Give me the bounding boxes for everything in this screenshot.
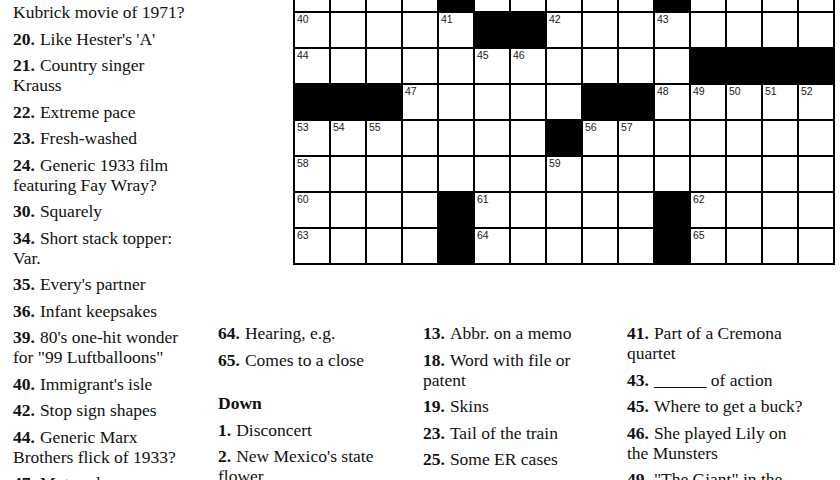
clue-64: 64.Hearing, e.g.	[218, 323, 418, 343]
clue-line: 64.Hearing, e.g.	[218, 323, 418, 343]
clue-line: 49."The Giant" in the	[627, 469, 839, 480]
cell-r6c11[interactable]: 62	[691, 193, 725, 227]
cell-r3c6[interactable]	[511, 85, 545, 119]
clue-line: quartet	[627, 343, 839, 363]
cell-r4c12[interactable]	[727, 121, 761, 155]
cell-r5c8[interactable]	[583, 157, 617, 191]
clue-number: 47.	[13, 473, 35, 480]
cell-r0c10-block	[655, 0, 689, 11]
clue-number: 26.	[423, 476, 445, 480]
cell-r7c13[interactable]	[763, 229, 797, 263]
cell-r6c5[interactable]: 61	[475, 193, 509, 227]
clue-text: 80's one-hit wonder	[40, 327, 178, 347]
clue-text: Country singer	[40, 55, 145, 75]
clue-1: 1.Disconcert	[218, 420, 418, 440]
clue-number: 13.	[423, 323, 445, 343]
clue-34: 34.Short stack topper:Var.	[13, 228, 281, 268]
clue-number: 40.	[13, 374, 35, 394]
cell-r7c4-block	[439, 229, 473, 263]
cell-r5c3[interactable]	[403, 157, 437, 191]
clue-number: 65.	[218, 350, 240, 370]
cell-r4c13[interactable]	[763, 121, 797, 155]
clue-45: 45.Where to get a buck?	[627, 396, 839, 416]
crossword-puzzle-page: 4041424344454647484950515253545556575859…	[0, 0, 840, 480]
cell-r2c10[interactable]	[655, 49, 689, 83]
clue-line: 24.Generic 1933 film	[13, 155, 281, 175]
cell-r1c7[interactable]: 42	[547, 13, 581, 47]
cell-r0c12[interactable]	[727, 0, 761, 11]
cell-number-56: 56	[585, 122, 597, 133]
cell-r6c0[interactable]: 60	[295, 193, 329, 227]
clue-43: 43.______ of action	[627, 370, 839, 390]
cell-r5c12[interactable]	[727, 157, 761, 191]
clue-text: for "99 Luftballoons"	[13, 347, 163, 367]
cell-r5c6[interactable]	[511, 157, 545, 191]
clue-23: 23.Tail of the train	[423, 423, 623, 443]
cell-r7c1[interactable]	[331, 229, 365, 263]
cell-r1c0[interactable]: 40	[295, 13, 329, 47]
cell-number-63: 63	[297, 230, 309, 241]
cell-r4c8[interactable]: 56	[583, 121, 617, 155]
clue-text: Word with file or	[450, 350, 571, 370]
clue-46: 46.She played Lily onthe Munsters	[627, 423, 839, 463]
clue-49: 49."The Giant" in the	[627, 469, 839, 480]
clue-number: 23.	[423, 423, 445, 443]
clue-line: 46.She played Lily on	[627, 423, 839, 443]
clue-line: the Munsters	[627, 443, 839, 463]
cell-r1c12[interactable]	[727, 13, 761, 47]
clue-text: ______ of action	[654, 370, 773, 390]
cell-number-41: 41	[441, 14, 453, 25]
clue-line: 25.Some ER cases	[423, 449, 623, 469]
clue-13: 13.Abbr. on a memo	[423, 323, 623, 343]
clue-number: 41.	[627, 323, 649, 343]
clue-text: Immigrant's isle	[40, 374, 153, 394]
cell-number-65: 65	[693, 230, 705, 241]
clue-35: 35.Every's partner	[13, 274, 281, 294]
cell-r1c10[interactable]: 43	[655, 13, 689, 47]
clue-line: 2.New Mexico's state	[218, 446, 418, 466]
clue-number: 45.	[627, 396, 649, 416]
clue-number: 25.	[423, 449, 445, 469]
clue-number: 21.	[13, 55, 35, 75]
clue-text: Where to get a buck?	[654, 396, 803, 416]
clue-text: Comes to a close	[245, 350, 364, 370]
cell-r7c10-block	[655, 229, 689, 263]
cell-r6c4-block	[439, 193, 473, 227]
clue-23: 23.Fresh-washed	[13, 128, 281, 148]
clue-text: Every's partner	[40, 274, 146, 294]
clue-number: 36.	[13, 301, 35, 321]
cell-r0c4-block	[439, 0, 473, 11]
cell-r3c2-block	[367, 85, 401, 119]
cell-r1c9[interactable]	[619, 13, 653, 47]
clue-text: Generic Marx	[40, 427, 138, 447]
cell-r3c13[interactable]: 51	[763, 85, 797, 119]
cell-r6c2[interactable]	[367, 193, 401, 227]
clue-line: 20.Like Hester's 'A'	[13, 29, 281, 49]
clue-text: Fresh-washed	[40, 128, 137, 148]
cell-r6c6[interactable]	[511, 193, 545, 227]
cell-r6c9[interactable]	[619, 193, 653, 227]
cell-r4c4[interactable]	[439, 121, 473, 155]
cell-r4c0[interactable]: 53	[295, 121, 329, 155]
cell-r3c4[interactable]	[439, 85, 473, 119]
clue-number: 23.	[13, 128, 35, 148]
clue-text: Stop sign shapes	[40, 400, 157, 420]
cell-r1c11[interactable]	[691, 13, 725, 47]
cell-r5c0[interactable]: 58	[295, 157, 329, 191]
cell-number-58: 58	[297, 158, 309, 169]
cell-r0c7[interactable]	[547, 0, 581, 11]
cell-r0c3[interactable]	[403, 0, 437, 11]
clue-number: 1.	[218, 420, 231, 440]
cell-number-53: 53	[297, 122, 309, 133]
clue-number: 43.	[627, 370, 649, 390]
cell-r7c3[interactable]	[403, 229, 437, 263]
clue-text: Motored	[40, 473, 100, 480]
cell-r1c2[interactable]	[367, 13, 401, 47]
cell-r6c3[interactable]	[403, 193, 437, 227]
clue-number: 39.	[13, 327, 35, 347]
clue-text: "The Giant" in the	[654, 469, 783, 480]
clue-number: 35.	[13, 274, 35, 294]
clue-text: Like Hester's 'A'	[40, 29, 155, 49]
clue-line: 36.Infant keepsakes	[13, 301, 281, 321]
cell-r3c3[interactable]: 47	[403, 85, 437, 119]
cell-number-57: 57	[621, 122, 633, 133]
cell-number-44: 44	[297, 50, 309, 61]
cell-number-59: 59	[549, 158, 561, 169]
clue-line: 26.Decisions	[423, 476, 623, 480]
clue-text: Generic 1933 film	[40, 155, 168, 175]
cell-r7c7[interactable]	[547, 229, 581, 263]
cell-r2c13-block	[763, 49, 797, 83]
cell-r4c7-block	[547, 121, 581, 155]
clue-2: 2.New Mexico's stateflower	[218, 446, 418, 480]
clue-line: 35.Every's partner	[13, 274, 281, 294]
clue-text: New Mexico's state	[236, 446, 373, 466]
cell-number-51: 51	[765, 86, 777, 97]
cell-r2c0[interactable]: 44	[295, 49, 329, 83]
cell-number-43: 43	[657, 14, 669, 25]
clue-text: quartet	[627, 343, 676, 363]
clue-text: the Munsters	[627, 443, 718, 463]
clue-30: 30.Squarely	[13, 201, 281, 221]
cell-r0c8[interactable]	[583, 0, 617, 11]
cell-number-47: 47	[405, 86, 417, 97]
cell-r6c8[interactable]	[583, 193, 617, 227]
cell-number-50: 50	[729, 86, 741, 97]
cell-number-48: 48	[657, 86, 669, 97]
cell-r7c2[interactable]	[367, 229, 401, 263]
cell-r7c9[interactable]	[619, 229, 653, 263]
cell-r2c4[interactable]	[439, 49, 473, 83]
clue-line: Var.	[13, 248, 281, 268]
clue-line: 23.Fresh-washed	[13, 128, 281, 148]
cell-r5c10[interactable]	[655, 157, 689, 191]
clue-text: Disconcert	[236, 420, 312, 440]
cell-number-55: 55	[369, 122, 381, 133]
cell-r1c8[interactable]	[583, 13, 617, 47]
clue-number: 44.	[13, 427, 35, 447]
clue-line: 41.Part of a Cremona	[627, 323, 839, 343]
cell-r6c12[interactable]	[727, 193, 761, 227]
cell-r7c14[interactable]	[799, 229, 833, 263]
cell-r6c1[interactable]	[331, 193, 365, 227]
cell-r1c4[interactable]: 41	[439, 13, 473, 47]
clue-number: 18.	[423, 350, 445, 370]
cell-r0c1[interactable]	[331, 0, 365, 11]
cell-number-46: 46	[513, 50, 525, 61]
cell-r3c9-block	[619, 85, 653, 119]
cell-r3c11[interactable]: 49	[691, 85, 725, 119]
cell-r0c2[interactable]	[367, 0, 401, 11]
cell-r3c7[interactable]	[547, 85, 581, 119]
clue-number: 22.	[13, 102, 35, 122]
cell-r7c12[interactable]	[727, 229, 761, 263]
cell-number-45: 45	[477, 50, 489, 61]
clue-line: 45.Where to get a buck?	[627, 396, 839, 416]
cell-r4c6[interactable]	[511, 121, 545, 155]
clue-25: 25.Some ER cases	[423, 449, 623, 469]
clue-line: flower	[218, 466, 418, 480]
cell-r0c9[interactable]	[619, 0, 653, 11]
cell-r6c7[interactable]	[547, 193, 581, 227]
clue-number: 30.	[13, 201, 35, 221]
clue-24: 24.Generic 1933 filmfeaturing Fay Wray?	[13, 155, 281, 195]
cell-r1c3[interactable]	[403, 13, 437, 47]
clue-text: Kubrick movie of 1971?	[13, 2, 185, 22]
cell-number-62: 62	[693, 194, 705, 205]
clue-text: Skins	[450, 396, 489, 416]
clue-41: 41.Part of a Cremonaquartet	[627, 323, 839, 363]
cell-r0c13[interactable]	[763, 0, 797, 11]
clue-text: Krauss	[13, 75, 62, 95]
cell-number-42: 42	[549, 14, 561, 25]
clue-text: She played Lily on	[654, 423, 787, 443]
cell-r0c14[interactable]	[799, 0, 833, 11]
clue-number: 49.	[627, 469, 649, 480]
cell-number-54: 54	[333, 122, 345, 133]
clue-text: Hearing, e.g.	[245, 323, 335, 343]
cell-r2c5[interactable]: 45	[475, 49, 509, 83]
cell-r2c7[interactable]	[547, 49, 581, 83]
cell-r2c9[interactable]	[619, 49, 653, 83]
clue-text: Var.	[13, 248, 41, 268]
down-clues-column-2: 13.Abbr. on a memo18.Word with file orpa…	[423, 323, 623, 480]
clue-text: Tail of the train	[450, 423, 558, 443]
cell-r3c12[interactable]: 50	[727, 85, 761, 119]
clue-26: 26.Decisions	[423, 476, 623, 480]
clue-text: Abbr. on a memo	[450, 323, 572, 343]
clue-number: 19.	[423, 396, 445, 416]
clue-20: 20.Like Hester's 'A'	[13, 29, 281, 49]
crossword-grid: 4041424344454647484950515253545556575859…	[293, 0, 835, 265]
clue-text: Infant keepsakes	[40, 301, 157, 321]
cell-r6c14[interactable]	[799, 193, 833, 227]
clue-text: Brothers flick of 1933?	[13, 447, 176, 467]
cell-r2c2[interactable]	[367, 49, 401, 83]
clue-number: 34.	[13, 228, 35, 248]
cell-r4c10[interactable]	[655, 121, 689, 155]
cell-r4c11[interactable]	[691, 121, 725, 155]
clue-line: featuring Fay Wray?	[13, 175, 281, 195]
clue-line: 34.Short stack topper:	[13, 228, 281, 248]
clue-line: 30.Squarely	[13, 201, 281, 221]
cell-number-52: 52	[801, 86, 813, 97]
clue-number: 20.	[13, 29, 35, 49]
clue-text: Squarely	[40, 201, 102, 221]
clue-line: 23.Tail of the train	[423, 423, 623, 443]
cell-r4c2[interactable]: 55	[367, 121, 401, 155]
cell-r5c14[interactable]	[799, 157, 833, 191]
clues-column-across-end-and-down-start: 64.Hearing, e.g.65.Comes to a closeDown1…	[218, 323, 418, 480]
cell-r3c8-block	[583, 85, 617, 119]
clue-text: Short stack topper:	[40, 228, 172, 248]
cell-r5c2[interactable]	[367, 157, 401, 191]
cell-r1c5-block	[475, 13, 509, 47]
cell-number-60: 60	[297, 194, 309, 205]
clue-text: Extreme pace	[40, 102, 136, 122]
clue-line: 18.Word with file or	[423, 350, 623, 370]
clue-text: patent	[423, 370, 466, 390]
clue-line: 1.Disconcert	[218, 420, 418, 440]
clue-line: 43.______ of action	[627, 370, 839, 390]
cell-r3c14[interactable]: 52	[799, 85, 833, 119]
cell-r2c6[interactable]: 46	[511, 49, 545, 83]
clue-line: Kubrick movie of 1971?	[13, 2, 281, 22]
cell-r3c0-block	[295, 85, 329, 119]
cell-r0c0[interactable]	[295, 0, 329, 11]
clue-continuation: Kubrick movie of 1971?	[13, 2, 281, 22]
clue-text: flower	[218, 466, 264, 480]
cell-r5c4[interactable]	[439, 157, 473, 191]
cell-r4c9[interactable]: 57	[619, 121, 653, 155]
cell-r4c14[interactable]	[799, 121, 833, 155]
down-clues-column-3: 41.Part of a Cremonaquartet43.______ of …	[627, 323, 839, 480]
cell-number-40: 40	[297, 14, 309, 25]
clue-number: 24.	[13, 155, 35, 175]
cell-r5c1[interactable]	[331, 157, 365, 191]
cell-r4c5[interactable]	[475, 121, 509, 155]
clue-text: featuring Fay Wray?	[13, 175, 157, 195]
clue-line: 65.Comes to a close	[218, 350, 418, 370]
cell-r2c3[interactable]	[403, 49, 437, 83]
cell-r3c1-block	[331, 85, 365, 119]
clue-text: Part of a Cremona	[654, 323, 782, 343]
cell-r5c7[interactable]: 59	[547, 157, 581, 191]
cell-r0c5[interactable]	[475, 0, 509, 11]
cell-r4c1[interactable]: 54	[331, 121, 365, 155]
clue-line: patent	[423, 370, 623, 390]
clue-number: 64.	[218, 323, 240, 343]
clue-65: 65.Comes to a close	[218, 350, 418, 370]
cell-r2c1[interactable]	[331, 49, 365, 83]
cell-r6c13[interactable]	[763, 193, 797, 227]
cell-r6c10-block	[655, 193, 689, 227]
clue-line: Krauss	[13, 75, 281, 95]
cell-r0c11[interactable]	[691, 0, 725, 11]
cell-r2c12-block	[727, 49, 761, 83]
cell-r5c13[interactable]	[763, 157, 797, 191]
clue-36: 36.Infant keepsakes	[13, 301, 281, 321]
cell-r7c6[interactable]	[511, 229, 545, 263]
clue-19: 19.Skins	[423, 396, 623, 416]
cell-r2c8[interactable]	[583, 49, 617, 83]
cell-r1c14[interactable]	[799, 13, 833, 47]
cell-number-49: 49	[693, 86, 705, 97]
cell-r5c9[interactable]	[619, 157, 653, 191]
cell-r2c14-block	[799, 49, 833, 83]
clue-line: 22.Extreme pace	[13, 102, 281, 122]
cell-r3c5[interactable]	[475, 85, 509, 119]
clue-line: 13.Abbr. on a memo	[423, 323, 623, 343]
cell-r3c10[interactable]: 48	[655, 85, 689, 119]
clue-text: Some ER cases	[450, 449, 558, 469]
clue-number: 46.	[627, 423, 649, 443]
cell-r1c6-block	[511, 13, 545, 47]
clue-22: 22.Extreme pace	[13, 102, 281, 122]
cell-number-64: 64	[477, 230, 489, 241]
clue-number: 42.	[13, 400, 35, 420]
cell-number-61: 61	[477, 194, 489, 205]
clue-21: 21.Country singerKrauss	[13, 55, 281, 95]
cell-r4c3[interactable]	[403, 121, 437, 155]
clue-number: 2.	[218, 446, 231, 466]
cell-r1c1[interactable]	[331, 13, 365, 47]
clue-line: 19.Skins	[423, 396, 623, 416]
cell-r5c5[interactable]	[475, 157, 509, 191]
cell-r1c13[interactable]	[763, 13, 797, 47]
down-section-header: Down	[218, 393, 418, 413]
cell-r0c6[interactable]	[511, 0, 545, 11]
clue-18: 18.Word with file orpatent	[423, 350, 623, 390]
cell-r2c11-block	[691, 49, 725, 83]
clue-text: Decisions	[450, 476, 519, 480]
cell-r7c0[interactable]: 63	[295, 229, 329, 263]
cell-r7c5[interactable]: 64	[475, 229, 509, 263]
cell-r5c11[interactable]	[691, 157, 725, 191]
cell-r7c8[interactable]	[583, 229, 617, 263]
clue-line: 21.Country singer	[13, 55, 281, 75]
cell-r7c11[interactable]: 65	[691, 229, 725, 263]
